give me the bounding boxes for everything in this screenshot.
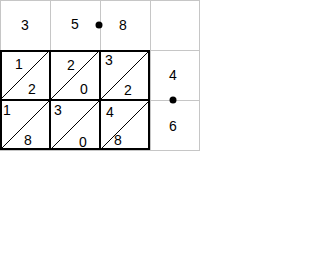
diagonal-line (0, 50, 50, 100)
right-digit-1: 4 (169, 68, 177, 82)
lattice-multiplication-worksheet: 3 5 8 4 6 1 2 2 0 3 2 1 8 3 0 4 8 (0, 0, 315, 273)
lattice-cell-r2c3-units: 8 (114, 133, 122, 147)
lattice-cell-r1c1-units: 2 (28, 82, 36, 96)
lattice-cell-r1c2-tens: 2 (67, 58, 75, 72)
lattice-cell-r1c3-units: 2 (124, 83, 132, 97)
right-digit-2: 6 (169, 119, 177, 133)
top-digit-3: 8 (119, 18, 127, 32)
lattice-cell-r2c1-units: 8 (24, 133, 32, 147)
top-digit-1: 3 (21, 18, 29, 32)
lattice-cell-r2c3-tens: 4 (106, 105, 114, 119)
decimal-point-icon (169, 97, 176, 104)
worksheet-lines (0, 0, 315, 273)
decimal-point-icon (96, 22, 103, 29)
top-digit-2: 5 (71, 17, 79, 31)
lattice-cell-r1c3-tens: 3 (105, 53, 113, 67)
lattice-cell-r2c2-units: 0 (79, 135, 87, 149)
lattice-cell-r1c1-tens: 1 (15, 57, 23, 71)
lattice-cell-r2c1-tens: 1 (3, 103, 11, 117)
lattice-cell-r2c2-tens: 3 (54, 103, 62, 117)
lattice-cell-r1c2-units: 0 (80, 82, 88, 96)
